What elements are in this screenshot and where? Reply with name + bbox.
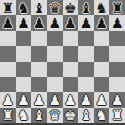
square-e2[interactable]: ♟ [63, 92, 79, 107]
square-h2[interactable]: ♟ [109, 92, 125, 107]
square-a1[interactable]: ♜ [0, 108, 16, 123]
white-pawn: ♟ [111, 93, 124, 107]
square-b7[interactable]: ♟ [16, 15, 32, 30]
square-c4[interactable] [31, 62, 47, 77]
white-pawn: ♟ [33, 93, 46, 107]
square-c3[interactable] [31, 77, 47, 92]
black-knight: ♞ [95, 1, 108, 15]
white-pawn: ♟ [2, 93, 15, 107]
square-f1[interactable]: ♝ [78, 108, 94, 123]
square-a6[interactable] [0, 31, 16, 46]
square-f3[interactable] [78, 77, 94, 92]
square-h6[interactable] [109, 31, 125, 46]
square-h5[interactable] [109, 46, 125, 61]
white-pawn: ♟ [48, 93, 61, 107]
square-d7[interactable]: ♟ [47, 15, 63, 30]
square-a3[interactable] [0, 77, 16, 92]
black-rook: ♜ [2, 1, 15, 15]
square-h8[interactable]: ♜ [109, 0, 125, 15]
square-g6[interactable] [94, 31, 110, 46]
square-a8[interactable]: ♜ [0, 0, 16, 15]
black-pawn: ♟ [33, 16, 46, 30]
square-d5[interactable] [47, 46, 63, 61]
square-d6[interactable] [47, 31, 63, 46]
square-c8[interactable]: ♝ [31, 0, 47, 15]
black-pawn: ♟ [80, 16, 93, 30]
square-f6[interactable] [78, 31, 94, 46]
white-bishop: ♝ [80, 108, 93, 122]
square-d4[interactable] [47, 62, 63, 77]
black-pawn: ♟ [95, 16, 108, 30]
square-g8[interactable]: ♞ [94, 0, 110, 15]
square-e4[interactable] [63, 62, 79, 77]
square-e5[interactable] [63, 46, 79, 61]
square-a4[interactable] [0, 62, 16, 77]
square-f5[interactable] [78, 46, 94, 61]
square-c1[interactable]: ♝ [31, 108, 47, 123]
black-pawn: ♟ [48, 16, 61, 30]
white-pawn: ♟ [80, 93, 93, 107]
black-pawn: ♟ [2, 16, 15, 30]
black-rook: ♜ [111, 1, 124, 15]
square-c7[interactable]: ♟ [31, 15, 47, 30]
square-h3[interactable] [109, 77, 125, 92]
square-a7[interactable]: ♟ [0, 15, 16, 30]
square-f4[interactable] [78, 62, 94, 77]
square-c6[interactable] [31, 31, 47, 46]
white-pawn: ♟ [95, 93, 108, 107]
square-d8[interactable]: ♛ [47, 0, 63, 15]
square-g2[interactable]: ♟ [94, 92, 110, 107]
black-knight: ♞ [17, 1, 30, 15]
white-rook: ♜ [111, 108, 124, 122]
square-b6[interactable] [16, 31, 32, 46]
square-g5[interactable] [94, 46, 110, 61]
black-pawn: ♟ [111, 16, 124, 30]
square-f2[interactable]: ♟ [78, 92, 94, 107]
square-e1[interactable]: ♚ [63, 108, 79, 123]
white-knight: ♞ [95, 108, 108, 122]
black-bishop: ♝ [80, 1, 93, 15]
square-h4[interactable] [109, 62, 125, 77]
square-g1[interactable]: ♞ [94, 108, 110, 123]
black-pawn: ♟ [17, 16, 30, 30]
black-bishop: ♝ [33, 1, 46, 15]
square-h7[interactable]: ♟ [109, 15, 125, 30]
square-h1[interactable]: ♜ [109, 108, 125, 123]
square-b8[interactable]: ♞ [16, 0, 32, 15]
square-g3[interactable] [94, 77, 110, 92]
white-pawn: ♟ [17, 93, 30, 107]
square-e8[interactable]: ♚ [63, 0, 79, 15]
black-king: ♚ [64, 1, 77, 15]
square-e7[interactable]: ♟ [63, 15, 79, 30]
square-a5[interactable] [0, 46, 16, 61]
chess-board: ♜♞♝♛♚♝♞♜♟♟♟♟♟♟♟♟♟♟♟♟♟♟♟♟♜♞♝♛♚♝♞♜ [0, 0, 125, 125]
square-c5[interactable] [31, 46, 47, 61]
square-f8[interactable]: ♝ [78, 0, 94, 15]
white-rook: ♜ [2, 108, 15, 122]
square-b3[interactable] [16, 77, 32, 92]
white-knight: ♞ [17, 108, 30, 122]
black-pawn: ♟ [64, 16, 77, 30]
square-e3[interactable] [63, 77, 79, 92]
square-b4[interactable] [16, 62, 32, 77]
white-bishop: ♝ [33, 108, 46, 122]
square-f7[interactable]: ♟ [78, 15, 94, 30]
square-b5[interactable] [16, 46, 32, 61]
white-queen: ♛ [48, 108, 61, 122]
square-e6[interactable] [63, 31, 79, 46]
white-pawn: ♟ [64, 93, 77, 107]
square-g4[interactable] [94, 62, 110, 77]
square-g7[interactable]: ♟ [94, 15, 110, 30]
square-b1[interactable]: ♞ [16, 108, 32, 123]
square-c2[interactable]: ♟ [31, 92, 47, 107]
square-d2[interactable]: ♟ [47, 92, 63, 107]
square-d3[interactable] [47, 77, 63, 92]
black-queen: ♛ [48, 1, 61, 15]
square-d1[interactable]: ♛ [47, 108, 63, 123]
white-king: ♚ [64, 108, 77, 122]
square-b2[interactable]: ♟ [16, 92, 32, 107]
square-a2[interactable]: ♟ [0, 92, 16, 107]
